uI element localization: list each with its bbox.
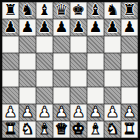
square-b2[interactable]: ♟ — [19, 104, 36, 121]
square-d2[interactable]: ♟ — [53, 104, 70, 121]
square-d5[interactable] — [53, 53, 70, 70]
white-pawn-piece: ♟ — [4, 104, 17, 121]
white-king-piece: ♚ — [72, 121, 85, 138]
square-a8[interactable]: ♜ — [2, 2, 19, 19]
chess-board: ♜♞♝♛♚♝♞♜♟♟♟♟♟♟♟♟♟♟♟♟♟♟♟♟♜♞♝♛♚♝♞♜ — [0, 0, 140, 140]
square-e8[interactable]: ♚ — [70, 2, 87, 19]
square-b8[interactable]: ♞ — [19, 2, 36, 19]
black-rook-piece: ♜ — [4, 2, 17, 19]
square-a7[interactable]: ♟ — [2, 19, 19, 36]
white-pawn-piece: ♟ — [72, 104, 85, 121]
square-f5[interactable] — [87, 53, 104, 70]
square-b7[interactable]: ♟ — [19, 19, 36, 36]
square-c6[interactable] — [36, 36, 53, 53]
square-f8[interactable]: ♝ — [87, 2, 104, 19]
white-rook-piece: ♜ — [123, 121, 136, 138]
black-pawn-piece: ♟ — [123, 19, 136, 36]
square-e2[interactable]: ♟ — [70, 104, 87, 121]
square-c4[interactable] — [36, 70, 53, 87]
square-g7[interactable]: ♟ — [104, 19, 121, 36]
black-queen-piece: ♛ — [55, 2, 68, 19]
black-pawn-piece: ♟ — [38, 19, 51, 36]
black-pawn-piece: ♟ — [55, 19, 68, 36]
black-pawn-piece: ♟ — [4, 19, 17, 36]
square-b5[interactable] — [19, 53, 36, 70]
square-f7[interactable]: ♟ — [87, 19, 104, 36]
square-h3[interactable] — [121, 87, 138, 104]
white-pawn-piece: ♟ — [89, 104, 102, 121]
square-g1[interactable]: ♞ — [104, 121, 121, 138]
square-g2[interactable]: ♟ — [104, 104, 121, 121]
square-f4[interactable] — [87, 70, 104, 87]
square-d1[interactable]: ♛ — [53, 121, 70, 138]
square-f6[interactable] — [87, 36, 104, 53]
square-e4[interactable] — [70, 70, 87, 87]
square-a1[interactable]: ♜ — [2, 121, 19, 138]
square-g3[interactable] — [104, 87, 121, 104]
square-h7[interactable]: ♟ — [121, 19, 138, 36]
square-c7[interactable]: ♟ — [36, 19, 53, 36]
white-queen-piece: ♛ — [55, 121, 68, 138]
black-pawn-piece: ♟ — [72, 19, 85, 36]
square-g6[interactable] — [104, 36, 121, 53]
square-h6[interactable] — [121, 36, 138, 53]
square-h2[interactable]: ♟ — [121, 104, 138, 121]
square-d6[interactable] — [53, 36, 70, 53]
square-b4[interactable] — [19, 70, 36, 87]
square-e6[interactable] — [70, 36, 87, 53]
square-b6[interactable] — [19, 36, 36, 53]
square-a2[interactable]: ♟ — [2, 104, 19, 121]
square-c3[interactable] — [36, 87, 53, 104]
square-g5[interactable] — [104, 53, 121, 70]
square-h1[interactable]: ♜ — [121, 121, 138, 138]
square-e5[interactable] — [70, 53, 87, 70]
square-f3[interactable] — [87, 87, 104, 104]
white-pawn-piece: ♟ — [38, 104, 51, 121]
white-bishop-piece: ♝ — [38, 121, 51, 138]
white-rook-piece: ♜ — [4, 121, 17, 138]
square-h4[interactable] — [121, 70, 138, 87]
square-c2[interactable]: ♟ — [36, 104, 53, 121]
square-d4[interactable] — [53, 70, 70, 87]
white-pawn-piece: ♟ — [123, 104, 136, 121]
white-knight-piece: ♞ — [21, 121, 34, 138]
square-c5[interactable] — [36, 53, 53, 70]
black-pawn-piece: ♟ — [106, 19, 119, 36]
square-g4[interactable] — [104, 70, 121, 87]
square-h5[interactable] — [121, 53, 138, 70]
square-h8[interactable]: ♜ — [121, 2, 138, 19]
white-pawn-piece: ♟ — [21, 104, 34, 121]
square-e7[interactable]: ♟ — [70, 19, 87, 36]
square-b3[interactable] — [19, 87, 36, 104]
square-d3[interactable] — [53, 87, 70, 104]
square-a5[interactable] — [2, 53, 19, 70]
black-bishop-piece: ♝ — [89, 2, 102, 19]
black-pawn-piece: ♟ — [89, 19, 102, 36]
black-rook-piece: ♜ — [123, 2, 136, 19]
black-pawn-piece: ♟ — [21, 19, 34, 36]
square-c1[interactable]: ♝ — [36, 121, 53, 138]
square-a6[interactable] — [2, 36, 19, 53]
white-pawn-piece: ♟ — [55, 104, 68, 121]
square-g8[interactable]: ♞ — [104, 2, 121, 19]
square-d7[interactable]: ♟ — [53, 19, 70, 36]
chess-diagram: ♜♞♝♛♚♝♞♜♟♟♟♟♟♟♟♟♟♟♟♟♟♟♟♟♜♞♝♛♚♝♞♜ — [0, 0, 140, 140]
square-f2[interactable]: ♟ — [87, 104, 104, 121]
square-e3[interactable] — [70, 87, 87, 104]
square-c8[interactable]: ♝ — [36, 2, 53, 19]
white-pawn-piece: ♟ — [106, 104, 119, 121]
white-bishop-piece: ♝ — [89, 121, 102, 138]
white-knight-piece: ♞ — [106, 121, 119, 138]
black-king-piece: ♚ — [72, 2, 85, 19]
black-bishop-piece: ♝ — [38, 2, 51, 19]
square-a3[interactable] — [2, 87, 19, 104]
black-knight-piece: ♞ — [106, 2, 119, 19]
square-f1[interactable]: ♝ — [87, 121, 104, 138]
square-e1[interactable]: ♚ — [70, 121, 87, 138]
square-d8[interactable]: ♛ — [53, 2, 70, 19]
square-b1[interactable]: ♞ — [19, 121, 36, 138]
square-a4[interactable] — [2, 70, 19, 87]
black-knight-piece: ♞ — [21, 2, 34, 19]
